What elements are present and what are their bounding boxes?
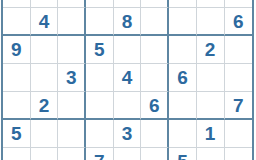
digit: 2 <box>39 96 50 115</box>
cell-r4c4[interactable]: 4 <box>114 64 142 92</box>
digit: 7 <box>233 96 244 115</box>
cell-r5c5[interactable]: 6 <box>141 92 169 120</box>
sudoku-board: 3748695234626753175 <box>1 0 254 160</box>
cell-r7c2[interactable] <box>58 148 86 160</box>
cell-r5c7[interactable] <box>197 92 225 120</box>
cell-r3c7[interactable]: 2 <box>197 36 225 64</box>
cell-r3c1[interactable] <box>31 36 59 64</box>
cell-r1c1[interactable] <box>31 0 59 8</box>
cell-r1c5[interactable]: 7 <box>141 0 169 8</box>
cell-r1c7[interactable] <box>197 0 225 8</box>
cell-r2c5[interactable] <box>141 8 169 36</box>
cell-r4c6[interactable]: 6 <box>169 64 197 92</box>
cell-r3c5[interactable] <box>141 36 169 64</box>
digit: 5 <box>94 40 105 59</box>
digit: 6 <box>177 68 188 87</box>
cell-r4c1[interactable] <box>31 64 59 92</box>
digit: 4 <box>39 12 50 31</box>
cell-r7c5[interactable] <box>141 148 169 160</box>
digit: 3 <box>66 68 77 87</box>
cell-r2c1[interactable]: 4 <box>31 8 59 36</box>
cell-r6c8[interactable] <box>225 120 253 148</box>
cell-r7c1[interactable] <box>31 148 59 160</box>
digit: 4 <box>122 68 133 87</box>
cell-r7c3[interactable]: 7 <box>86 148 114 160</box>
cell-r5c4[interactable] <box>114 92 142 120</box>
cell-r5c3[interactable] <box>86 92 114 120</box>
cell-r6c4[interactable]: 3 <box>114 120 142 148</box>
cell-r2c0[interactable] <box>3 8 31 36</box>
digit: 5 <box>11 124 22 143</box>
cell-r3c8[interactable] <box>225 36 253 64</box>
cell-r1c2[interactable]: 3 <box>58 0 86 8</box>
digit: 5 <box>177 152 188 160</box>
cell-r3c2[interactable] <box>58 36 86 64</box>
cell-r3c4[interactable] <box>114 36 142 64</box>
digit: 6 <box>149 96 160 115</box>
cell-r4c8[interactable] <box>225 64 253 92</box>
cell-r6c0[interactable]: 5 <box>3 120 31 148</box>
digit: 7 <box>94 152 105 160</box>
cell-r5c8[interactable]: 7 <box>225 92 253 120</box>
cell-r7c4[interactable] <box>114 148 142 160</box>
cell-r7c7[interactable] <box>197 148 225 160</box>
cell-r3c0[interactable]: 9 <box>3 36 31 64</box>
digit: 2 <box>205 40 216 59</box>
cell-r1c3[interactable] <box>86 0 114 8</box>
cell-r1c4[interactable] <box>114 0 142 8</box>
digit: 1 <box>205 124 216 143</box>
cell-r2c3[interactable] <box>86 8 114 36</box>
cell-r7c8[interactable] <box>225 148 253 160</box>
digit: 3 <box>66 0 77 3</box>
digit: 6 <box>233 12 244 31</box>
digit: 8 <box>122 12 133 31</box>
cell-r2c4[interactable]: 8 <box>114 8 142 36</box>
cell-r5c2[interactable] <box>58 92 86 120</box>
cell-r4c3[interactable] <box>86 64 114 92</box>
cell-r2c6[interactable] <box>169 8 197 36</box>
cell-r3c6[interactable] <box>169 36 197 64</box>
cell-r6c2[interactable] <box>58 120 86 148</box>
cell-r4c7[interactable] <box>197 64 225 92</box>
cell-r5c6[interactable] <box>169 92 197 120</box>
cell-r5c1[interactable]: 2 <box>31 92 59 120</box>
cell-r6c1[interactable] <box>31 120 59 148</box>
cell-r1c6[interactable] <box>169 0 197 8</box>
cell-r3c3[interactable]: 5 <box>86 36 114 64</box>
cell-r2c8[interactable]: 6 <box>225 8 253 36</box>
digit: 7 <box>149 0 160 3</box>
cell-r6c5[interactable] <box>141 120 169 148</box>
cell-r7c0[interactable] <box>3 148 31 160</box>
cell-r6c6[interactable] <box>169 120 197 148</box>
cell-r5c0[interactable] <box>3 92 31 120</box>
digit: 3 <box>122 124 133 143</box>
cell-r7c6[interactable]: 5 <box>169 148 197 160</box>
cell-r4c5[interactable] <box>141 64 169 92</box>
cell-r6c3[interactable] <box>86 120 114 148</box>
cell-r2c2[interactable] <box>58 8 86 36</box>
cell-r1c8[interactable] <box>225 0 253 8</box>
sudoku-screenshot: 3748695234626753175 <box>0 0 256 160</box>
cell-r2c7[interactable] <box>197 8 225 36</box>
cell-r4c0[interactable] <box>3 64 31 92</box>
digit: 9 <box>11 40 22 59</box>
cell-r1c0[interactable] <box>3 0 31 8</box>
cell-r4c2[interactable]: 3 <box>58 64 86 92</box>
cell-r6c7[interactable]: 1 <box>197 120 225 148</box>
